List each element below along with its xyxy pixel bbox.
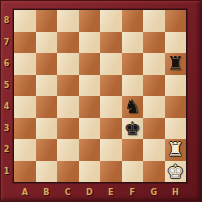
file-label-g: G	[143, 183, 165, 201]
square-h7[interactable]	[165, 32, 187, 54]
square-g3[interactable]	[143, 118, 165, 140]
square-d1[interactable]	[79, 161, 101, 183]
square-h5[interactable]	[165, 75, 187, 97]
square-b4[interactable]	[36, 96, 58, 118]
file-label-c: C	[57, 183, 79, 201]
square-f6[interactable]	[122, 53, 144, 75]
square-f8[interactable]	[122, 10, 144, 32]
square-g5[interactable]	[143, 75, 165, 97]
file-label-d: D	[79, 183, 101, 201]
square-h1[interactable]: ♚	[165, 161, 187, 183]
square-e7[interactable]	[100, 32, 122, 54]
rank-label-1: 1	[0, 161, 13, 183]
square-a8[interactable]	[14, 10, 36, 32]
square-h3[interactable]	[165, 118, 187, 140]
file-labels: ABCDEFGH	[14, 183, 186, 201]
square-f3[interactable]: ♚	[122, 118, 144, 140]
square-a7[interactable]	[14, 32, 36, 54]
square-g4[interactable]	[143, 96, 165, 118]
square-a5[interactable]	[14, 75, 36, 97]
square-b8[interactable]	[36, 10, 58, 32]
square-b2[interactable]	[36, 139, 58, 161]
square-d8[interactable]	[79, 10, 101, 32]
file-label-a: A	[14, 183, 36, 201]
file-label-f: F	[122, 183, 144, 201]
square-d5[interactable]	[79, 75, 101, 97]
square-d4[interactable]	[79, 96, 101, 118]
square-h8[interactable]	[165, 10, 187, 32]
piece-white-rook-h2[interactable]: ♜	[167, 140, 184, 159]
square-d3[interactable]	[79, 118, 101, 140]
square-b6[interactable]	[36, 53, 58, 75]
square-c4[interactable]	[57, 96, 79, 118]
rank-label-5: 5	[0, 75, 13, 97]
square-f7[interactable]	[122, 32, 144, 54]
square-a6[interactable]	[14, 53, 36, 75]
rank-label-7: 7	[0, 32, 13, 54]
square-g6[interactable]	[143, 53, 165, 75]
piece-black-rook-h6[interactable]: ♜	[167, 54, 184, 73]
square-e8[interactable]	[100, 10, 122, 32]
square-a2[interactable]	[14, 139, 36, 161]
square-e1[interactable]	[100, 161, 122, 183]
square-g7[interactable]	[143, 32, 165, 54]
square-e6[interactable]	[100, 53, 122, 75]
rank-label-8: 8	[0, 10, 13, 32]
rank-label-2: 2	[0, 139, 13, 161]
square-b5[interactable]	[36, 75, 58, 97]
chess-board[interactable]: ♜♞♚♜♚	[13, 9, 187, 183]
square-a1[interactable]	[14, 161, 36, 183]
chess-board-frame: 87654321 ♜♞♚♜♚ ABCDEFGH	[0, 0, 202, 202]
square-d2[interactable]	[79, 139, 101, 161]
rank-label-6: 6	[0, 53, 13, 75]
square-c7[interactable]	[57, 32, 79, 54]
rank-label-4: 4	[0, 96, 13, 118]
square-c8[interactable]	[57, 10, 79, 32]
square-b7[interactable]	[36, 32, 58, 54]
piece-black-king-f3[interactable]: ♚	[124, 119, 141, 138]
square-c3[interactable]	[57, 118, 79, 140]
square-c5[interactable]	[57, 75, 79, 97]
square-g8[interactable]	[143, 10, 165, 32]
square-b3[interactable]	[36, 118, 58, 140]
square-f4[interactable]: ♞	[122, 96, 144, 118]
square-h2[interactable]: ♜	[165, 139, 187, 161]
rank-label-3: 3	[0, 118, 13, 140]
square-e5[interactable]	[100, 75, 122, 97]
square-d7[interactable]	[79, 32, 101, 54]
square-c1[interactable]	[57, 161, 79, 183]
square-e3[interactable]	[100, 118, 122, 140]
file-label-b: B	[36, 183, 58, 201]
file-label-e: E	[100, 183, 122, 201]
square-c2[interactable]	[57, 139, 79, 161]
square-a3[interactable]	[14, 118, 36, 140]
square-a4[interactable]	[14, 96, 36, 118]
square-f2[interactable]	[122, 139, 144, 161]
piece-black-knight-f4[interactable]: ♞	[124, 97, 141, 116]
square-e4[interactable]	[100, 96, 122, 118]
file-label-h: H	[165, 183, 187, 201]
square-h6[interactable]: ♜	[165, 53, 187, 75]
square-f5[interactable]	[122, 75, 144, 97]
square-f1[interactable]	[122, 161, 144, 183]
square-g1[interactable]	[143, 161, 165, 183]
square-h4[interactable]	[165, 96, 187, 118]
square-e2[interactable]	[100, 139, 122, 161]
square-g2[interactable]	[143, 139, 165, 161]
square-d6[interactable]	[79, 53, 101, 75]
square-c6[interactable]	[57, 53, 79, 75]
rank-labels: 87654321	[0, 10, 13, 182]
square-b1[interactable]	[36, 161, 58, 183]
piece-white-king-h1[interactable]: ♚	[167, 162, 184, 181]
